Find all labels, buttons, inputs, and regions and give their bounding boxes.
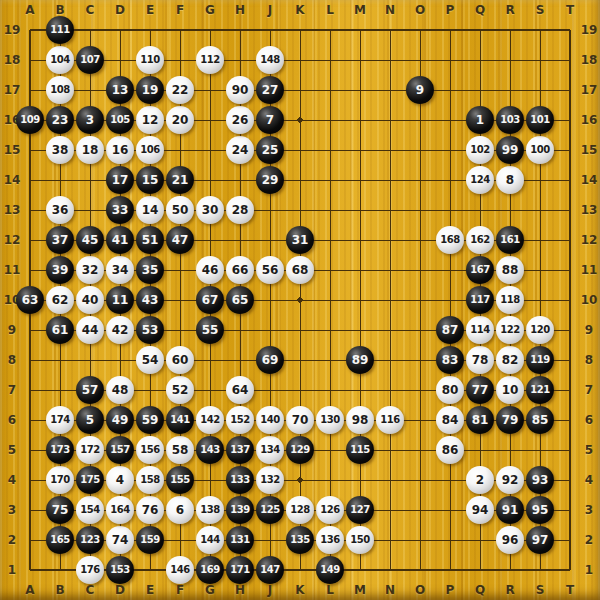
move-number: 14 [142,204,159,216]
move-number: 112 [200,55,219,65]
row-label-left-18: 18 [4,53,21,67]
black-stone-D12: 41 [106,226,134,254]
black-stone-M5: 115 [346,436,374,464]
move-number: 173 [50,445,69,455]
col-label-top-P: P [446,3,455,17]
col-label-top-B: B [55,3,64,17]
col-label-bottom-M: M [354,583,366,597]
move-number: 18 [82,144,99,156]
white-stone-R10: 118 [496,286,524,314]
white-stone-P7: 80 [436,376,464,404]
row-label-left-13: 13 [4,203,21,217]
col-label-bottom-L: L [326,583,334,597]
col-label-bottom-J: J [268,583,272,597]
move-number: 165 [50,535,69,545]
white-stone-R14: 8 [496,166,524,194]
move-number: 144 [200,535,219,545]
move-number: 102 [470,145,489,155]
move-number: 62 [52,294,69,306]
black-stone-Q10: 117 [466,286,494,314]
black-stone-H4: 133 [226,466,254,494]
row-label-left-17: 17 [4,83,21,97]
row-label-right-5: 5 [585,443,593,457]
col-label-bottom-E: E [146,583,154,597]
black-stone-Q7: 77 [466,376,494,404]
move-number: 77 [472,384,489,396]
white-stone-R11: 88 [496,256,524,284]
col-label-bottom-K: K [295,583,304,597]
row-label-right-10: 10 [581,293,598,307]
col-label-top-H: H [235,3,245,17]
move-number: 79 [502,414,519,426]
move-number: 5 [86,414,94,426]
row-label-right-7: 7 [585,383,593,397]
row-label-left-6: 6 [8,413,16,427]
move-number: 20 [172,114,189,126]
white-stone-K6: 70 [286,406,314,434]
col-label-top-E: E [146,3,154,17]
move-number: 128 [290,505,309,515]
white-stone-G3: 138 [196,496,224,524]
move-number: 120 [530,325,549,335]
move-number: 33 [112,204,129,216]
move-number: 87 [442,324,459,336]
col-label-bottom-A: A [25,583,34,597]
col-label-bottom-C: C [86,583,95,597]
move-number: 8 [506,174,514,186]
col-label-top-D: D [115,3,125,17]
black-stone-C6: 5 [76,406,104,434]
white-stone-F13: 50 [166,196,194,224]
move-number: 111 [50,25,69,35]
white-stone-C9: 44 [76,316,104,344]
move-number: 6 [176,504,184,516]
black-stone-E11: 35 [136,256,164,284]
move-number: 172 [80,445,99,455]
black-stone-D13: 33 [106,196,134,224]
move-number: 24 [232,144,249,156]
move-number: 134 [260,445,279,455]
move-number: 34 [112,264,129,276]
move-number: 65 [232,294,249,306]
move-number: 170 [50,475,69,485]
move-number: 121 [530,385,549,395]
col-label-bottom-H: H [235,583,245,597]
white-stone-H15: 24 [226,136,254,164]
move-number: 153 [110,565,129,575]
move-number: 80 [442,384,459,396]
row-label-right-1: 1 [585,563,593,577]
move-number: 108 [50,85,69,95]
white-stone-J5: 134 [256,436,284,464]
move-number: 174 [50,415,69,425]
white-stone-D3: 164 [106,496,134,524]
col-label-top-R: R [505,3,514,17]
col-label-top-S: S [536,3,545,17]
col-label-top-A: A [25,3,34,17]
move-number: 140 [260,415,279,425]
white-stone-K11: 68 [286,256,314,284]
col-label-bottom-B: B [55,583,64,597]
col-label-bottom-D: D [115,583,125,597]
move-number: 75 [52,504,69,516]
white-stone-B15: 38 [46,136,74,164]
move-number: 118 [500,295,519,305]
move-number: 130 [320,415,339,425]
white-stone-C11: 32 [76,256,104,284]
move-number: 99 [502,144,519,156]
black-stone-D16: 105 [106,106,134,134]
black-stone-M8: 89 [346,346,374,374]
white-stone-F3: 6 [166,496,194,524]
black-stone-B5: 173 [46,436,74,464]
row-label-left-1: 1 [8,563,16,577]
white-stone-D7: 48 [106,376,134,404]
white-stone-E18: 110 [136,46,164,74]
move-number: 39 [52,264,69,276]
move-number: 32 [82,264,99,276]
move-number: 42 [112,324,129,336]
move-number: 109 [20,115,39,125]
white-stone-J18: 148 [256,46,284,74]
black-stone-C2: 123 [76,526,104,554]
white-stone-N6: 116 [376,406,404,434]
move-number: 149 [320,565,339,575]
black-stone-R3: 91 [496,496,524,524]
black-stone-C18: 107 [76,46,104,74]
move-number: 91 [502,504,519,516]
move-number: 69 [262,354,279,366]
white-stone-E15: 106 [136,136,164,164]
row-label-right-14: 14 [581,173,598,187]
white-stone-B13: 36 [46,196,74,224]
black-stone-G9: 55 [196,316,224,344]
col-label-top-N: N [385,3,395,17]
row-label-left-11: 11 [4,263,21,277]
col-label-top-C: C [86,3,95,17]
black-stone-B12: 37 [46,226,74,254]
row-label-left-9: 9 [8,323,16,337]
move-number: 74 [112,534,129,546]
white-stone-M2: 150 [346,526,374,554]
move-number: 16 [112,144,129,156]
move-number: 63 [22,294,39,306]
white-stone-G11: 46 [196,256,224,284]
move-number: 139 [230,505,249,515]
move-number: 103 [500,115,519,125]
white-stone-J11: 56 [256,256,284,284]
col-label-top-O: O [415,3,425,17]
black-stone-H1: 171 [226,556,254,584]
move-number: 150 [350,535,369,545]
white-stone-M6: 98 [346,406,374,434]
black-stone-E12: 51 [136,226,164,254]
move-number: 154 [80,505,99,515]
black-stone-C12: 45 [76,226,104,254]
row-label-left-7: 7 [8,383,16,397]
white-stone-J6: 140 [256,406,284,434]
move-number: 115 [350,445,369,455]
white-stone-Q3: 94 [466,496,494,524]
move-number: 15 [142,174,159,186]
black-stone-E6: 59 [136,406,164,434]
move-number: 94 [472,504,489,516]
move-number: 135 [290,535,309,545]
black-stone-D10: 11 [106,286,134,314]
move-number: 81 [472,414,489,426]
black-stone-J1: 147 [256,556,284,584]
move-number: 147 [260,565,279,575]
move-number: 95 [532,504,549,516]
move-number: 11 [112,294,129,306]
move-number: 88 [502,264,519,276]
move-number: 169 [200,565,219,575]
white-stone-C10: 40 [76,286,104,314]
black-stone-G5: 143 [196,436,224,464]
move-number: 57 [82,384,99,396]
black-stone-F12: 47 [166,226,194,254]
black-stone-M3: 127 [346,496,374,524]
black-stone-F6: 141 [166,406,194,434]
move-number: 125 [260,505,279,515]
white-stone-G6: 142 [196,406,224,434]
white-stone-F8: 60 [166,346,194,374]
col-label-top-L: L [326,3,334,17]
white-stone-B10: 62 [46,286,74,314]
move-number: 19 [142,84,159,96]
black-stone-H10: 65 [226,286,254,314]
star-point [297,117,302,122]
move-number: 142 [200,415,219,425]
star-point [297,477,302,482]
move-number: 60 [172,354,189,366]
move-number: 28 [232,204,249,216]
move-number: 132 [260,475,279,485]
black-stone-D5: 157 [106,436,134,464]
go-board[interactable]: AABBCCDDEEFFGGHHJJKKLLMMNNOOPPQQRRSSTT19… [0,0,600,600]
move-number: 67 [202,294,219,306]
black-stone-B3: 75 [46,496,74,524]
move-number: 89 [352,354,369,366]
col-label-top-K: K [295,3,304,17]
white-stone-G18: 112 [196,46,224,74]
black-stone-K2: 135 [286,526,314,554]
row-label-left-19: 19 [4,23,21,37]
move-number: 3 [86,114,94,126]
white-stone-H16: 26 [226,106,254,134]
move-number: 175 [80,475,99,485]
black-stone-R15: 99 [496,136,524,164]
col-label-top-T: T [566,3,574,17]
move-number: 31 [292,234,309,246]
move-number: 133 [230,475,249,485]
move-number: 41 [112,234,129,246]
black-stone-E9: 53 [136,316,164,344]
move-number: 141 [170,415,189,425]
move-number: 136 [320,535,339,545]
white-stone-D11: 34 [106,256,134,284]
white-stone-G2: 144 [196,526,224,554]
white-stone-L2: 136 [316,526,344,554]
move-number: 164 [110,505,129,515]
black-stone-G10: 67 [196,286,224,314]
black-stone-Q11: 167 [466,256,494,284]
move-number: 22 [172,84,189,96]
move-number: 9 [416,84,424,96]
col-label-top-J: J [268,3,272,17]
black-stone-S7: 121 [526,376,554,404]
col-label-bottom-N: N [385,583,395,597]
black-stone-S16: 101 [526,106,554,134]
move-number: 93 [532,474,549,486]
col-label-bottom-T: T [566,583,574,597]
move-number: 152 [230,415,249,425]
move-number: 105 [110,115,129,125]
black-stone-E2: 159 [136,526,164,554]
move-number: 143 [200,445,219,455]
move-number: 162 [470,235,489,245]
move-number: 59 [142,414,159,426]
move-number: 129 [290,445,309,455]
move-number: 124 [470,175,489,185]
move-number: 7 [266,114,274,126]
white-stone-S15: 100 [526,136,554,164]
white-stone-Q4: 2 [466,466,494,494]
white-stone-P5: 86 [436,436,464,464]
black-stone-O17: 9 [406,76,434,104]
move-number: 84 [442,414,459,426]
move-number: 1 [476,114,484,126]
move-number: 161 [500,235,519,245]
col-label-top-M: M [354,3,366,17]
row-label-right-16: 16 [581,113,598,127]
move-number: 137 [230,445,249,455]
move-number: 127 [350,505,369,515]
black-stone-D1: 153 [106,556,134,584]
white-stone-H13: 28 [226,196,254,224]
black-stone-J16: 7 [256,106,284,134]
white-stone-L3: 126 [316,496,344,524]
move-number: 35 [142,264,159,276]
move-number: 4 [116,474,124,486]
move-number: 90 [232,84,249,96]
black-stone-F4: 155 [166,466,194,494]
move-number: 37 [52,234,69,246]
row-label-left-8: 8 [8,353,16,367]
move-number: 29 [262,174,279,186]
move-number: 83 [442,354,459,366]
black-stone-F14: 21 [166,166,194,194]
move-number: 167 [470,265,489,275]
white-stone-D15: 16 [106,136,134,164]
black-stone-Q16: 1 [466,106,494,134]
row-label-left-5: 5 [8,443,16,457]
black-stone-J17: 27 [256,76,284,104]
move-number: 54 [142,354,159,366]
black-stone-L1: 149 [316,556,344,584]
black-stone-D6: 49 [106,406,134,434]
move-number: 126 [320,505,339,515]
white-stone-D2: 74 [106,526,134,554]
white-stone-H6: 152 [226,406,254,434]
white-stone-Q12: 162 [466,226,494,254]
move-number: 156 [140,445,159,455]
white-stone-Q9: 114 [466,316,494,344]
black-stone-B16: 23 [46,106,74,134]
move-number: 114 [470,325,489,335]
move-number: 2 [476,474,484,486]
black-stone-D17: 13 [106,76,134,104]
move-number: 46 [202,264,219,276]
move-number: 86 [442,444,459,456]
white-stone-E13: 14 [136,196,164,224]
row-label-right-11: 11 [581,263,598,277]
row-label-left-12: 12 [4,233,21,247]
move-number: 47 [172,234,189,246]
black-stone-C7: 57 [76,376,104,404]
move-number: 131 [230,535,249,545]
star-point [297,297,302,302]
move-number: 96 [502,534,519,546]
move-number: 106 [140,145,159,155]
row-label-right-9: 9 [585,323,593,337]
black-stone-R6: 79 [496,406,524,434]
white-stone-J4: 132 [256,466,284,494]
move-number: 76 [142,504,159,516]
move-number: 26 [232,114,249,126]
move-number: 30 [202,204,219,216]
white-stone-E8: 54 [136,346,164,374]
move-number: 23 [52,114,69,126]
black-stone-B2: 165 [46,526,74,554]
black-stone-P9: 87 [436,316,464,344]
black-stone-J14: 29 [256,166,284,194]
move-number: 38 [52,144,69,156]
move-number: 155 [170,475,189,485]
row-label-left-3: 3 [8,503,16,517]
move-number: 44 [82,324,99,336]
black-stone-E14: 15 [136,166,164,194]
col-label-top-Q: Q [475,3,485,17]
white-stone-R4: 92 [496,466,524,494]
col-label-bottom-S: S [536,583,545,597]
col-label-bottom-P: P [446,583,455,597]
row-label-right-12: 12 [581,233,598,247]
black-stone-E17: 19 [136,76,164,104]
row-label-right-18: 18 [581,53,598,67]
white-stone-P6: 84 [436,406,464,434]
row-label-right-19: 19 [581,23,598,37]
move-number: 171 [230,565,249,575]
white-stone-R7: 10 [496,376,524,404]
white-stone-F16: 20 [166,106,194,134]
move-number: 78 [472,354,489,366]
move-number: 64 [232,384,249,396]
move-number: 176 [80,565,99,575]
black-stone-K5: 129 [286,436,314,464]
row-label-right-3: 3 [585,503,593,517]
white-stone-C5: 172 [76,436,104,464]
row-label-right-4: 4 [585,473,593,487]
row-label-left-2: 2 [8,533,16,547]
white-stone-E16: 12 [136,106,164,134]
black-stone-S8: 119 [526,346,554,374]
move-number: 52 [172,384,189,396]
white-stone-H7: 64 [226,376,254,404]
move-number: 116 [380,415,399,425]
white-stone-D4: 4 [106,466,134,494]
white-stone-Q14: 124 [466,166,494,194]
